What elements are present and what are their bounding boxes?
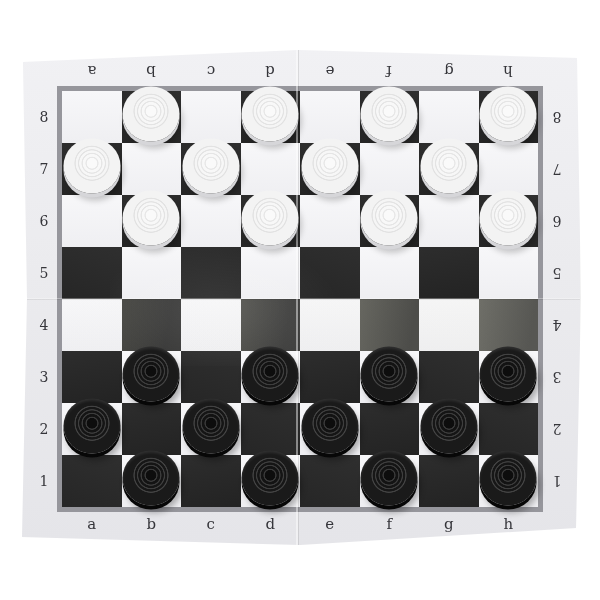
- square-a4[interactable]: [62, 299, 122, 351]
- file-label-g-far: g: [444, 63, 454, 78]
- rank-label-5-near: 5: [40, 266, 49, 280]
- square-e4[interactable]: [300, 299, 360, 351]
- square-g6[interactable]: [419, 195, 479, 247]
- piece-black-g2[interactable]: [420, 399, 477, 454]
- square-h7[interactable]: [479, 143, 539, 195]
- file-label-f-near: f: [386, 517, 392, 532]
- square-e3[interactable]: [300, 351, 360, 403]
- piece-white-e7[interactable]: [301, 139, 358, 194]
- rank-label-2-far: 2: [553, 422, 562, 436]
- square-b5[interactable]: [122, 247, 182, 299]
- piece-black-b3[interactable]: [123, 347, 180, 402]
- rank-label-8-near: 8: [40, 110, 49, 124]
- file-label-c-near: c: [207, 517, 215, 532]
- photo-scene: aabbccddeeffgghh8877665544332211: [0, 0, 600, 600]
- piece-white-a7[interactable]: [63, 139, 120, 194]
- square-a3[interactable]: [62, 351, 122, 403]
- piece-white-c7[interactable]: [182, 139, 239, 194]
- square-e1[interactable]: [300, 455, 360, 507]
- piece-black-h3[interactable]: [480, 347, 537, 402]
- piece-black-f1[interactable]: [361, 451, 418, 506]
- square-e6[interactable]: [300, 195, 360, 247]
- rank-label-3-near: 3: [40, 370, 49, 384]
- file-label-a-near: a: [87, 517, 96, 532]
- piece-black-c2[interactable]: [182, 399, 239, 454]
- square-b7[interactable]: [122, 143, 182, 195]
- rank-label-7-near: 7: [40, 162, 49, 176]
- square-e8[interactable]: [300, 91, 360, 143]
- rank-label-7-far: 7: [553, 162, 562, 176]
- square-c8[interactable]: [181, 91, 241, 143]
- rank-label-4-near: 4: [40, 318, 49, 332]
- square-a8[interactable]: [62, 91, 122, 143]
- file-label-c-far: c: [207, 63, 215, 78]
- piece-white-h6[interactable]: [480, 191, 537, 246]
- square-h2[interactable]: [479, 403, 539, 455]
- file-label-a-far: a: [87, 63, 96, 78]
- rank-label-6-far: 6: [553, 214, 562, 228]
- rank-label-4-far: 4: [553, 318, 562, 332]
- square-a1[interactable]: [62, 455, 122, 507]
- square-e5[interactable]: [300, 247, 360, 299]
- square-b4[interactable]: [122, 299, 182, 351]
- piece-black-f3[interactable]: [361, 347, 418, 402]
- rank-label-3-far: 3: [553, 370, 562, 384]
- file-label-b-near: b: [146, 517, 156, 532]
- rank-label-1-far: 1: [553, 474, 562, 488]
- square-b2[interactable]: [122, 403, 182, 455]
- file-label-d-far: d: [265, 63, 275, 78]
- piece-black-b1[interactable]: [123, 451, 180, 506]
- piece-black-h1[interactable]: [480, 451, 537, 506]
- square-g8[interactable]: [419, 91, 479, 143]
- piece-white-f6[interactable]: [361, 191, 418, 246]
- rank-label-1-near: 1: [40, 474, 49, 488]
- rank-label-8-far: 8: [553, 110, 562, 124]
- square-f4[interactable]: [360, 299, 420, 351]
- piece-white-b8[interactable]: [123, 87, 180, 142]
- piece-white-h8[interactable]: [480, 87, 537, 142]
- piece-white-b6[interactable]: [123, 191, 180, 246]
- file-label-f-far: f: [386, 63, 392, 78]
- file-label-d-near: d: [265, 517, 275, 532]
- square-c6[interactable]: [181, 195, 241, 247]
- board-mat: aabbccddeeffgghh8877665544332211: [20, 46, 580, 546]
- piece-black-e2[interactable]: [301, 399, 358, 454]
- square-h5[interactable]: [479, 247, 539, 299]
- square-c1[interactable]: [181, 455, 241, 507]
- piece-white-d8[interactable]: [242, 87, 299, 142]
- file-label-h-near: h: [503, 517, 513, 532]
- piece-black-d1[interactable]: [242, 451, 299, 506]
- square-f5[interactable]: [360, 247, 420, 299]
- file-label-h-far: h: [503, 63, 513, 78]
- square-f7[interactable]: [360, 143, 420, 195]
- square-g5[interactable]: [419, 247, 479, 299]
- square-h4[interactable]: [479, 299, 539, 351]
- rank-label-5-far: 5: [553, 266, 562, 280]
- piece-white-g7[interactable]: [420, 139, 477, 194]
- square-c5[interactable]: [181, 247, 241, 299]
- square-f2[interactable]: [360, 403, 420, 455]
- rank-label-6-near: 6: [40, 214, 49, 228]
- square-g1[interactable]: [419, 455, 479, 507]
- file-label-e-near: e: [325, 517, 334, 532]
- piece-white-d6[interactable]: [242, 191, 299, 246]
- square-d2[interactable]: [241, 403, 301, 455]
- square-a5[interactable]: [62, 247, 122, 299]
- piece-white-f8[interactable]: [361, 87, 418, 142]
- piece-black-d3[interactable]: [242, 347, 299, 402]
- square-c3[interactable]: [181, 351, 241, 403]
- file-label-b-far: b: [146, 63, 156, 78]
- file-label-e-far: e: [325, 63, 334, 78]
- square-g4[interactable]: [419, 299, 479, 351]
- square-d5[interactable]: [241, 247, 301, 299]
- square-d7[interactable]: [241, 143, 301, 195]
- square-d4[interactable]: [241, 299, 301, 351]
- square-c4[interactable]: [181, 299, 241, 351]
- square-g3[interactable]: [419, 351, 479, 403]
- square-a6[interactable]: [62, 195, 122, 247]
- file-label-g-near: g: [444, 517, 454, 532]
- piece-black-a2[interactable]: [63, 399, 120, 454]
- rank-label-2-near: 2: [40, 422, 49, 436]
